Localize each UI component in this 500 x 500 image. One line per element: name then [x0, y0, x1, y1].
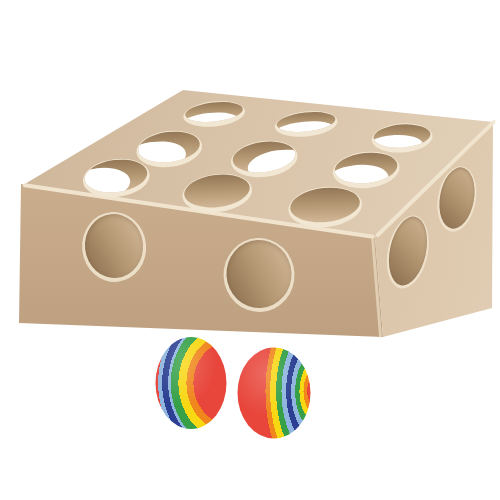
top-hole-3 [373, 123, 431, 150]
ball-shading [238, 348, 311, 439]
front-hole-1 [82, 211, 146, 281]
top-hole-5 [231, 138, 297, 175]
top-hole-7 [83, 156, 149, 195]
rainbow-ball-2 [238, 348, 311, 439]
ball-shading [156, 337, 227, 429]
top-hole-4 [136, 128, 201, 165]
top-hole-6 [333, 150, 399, 186]
top-hole-9 [288, 184, 361, 225]
stage [0, 0, 500, 500]
front-hole-2 [225, 238, 293, 309]
rainbow-ball-1 [156, 337, 227, 429]
